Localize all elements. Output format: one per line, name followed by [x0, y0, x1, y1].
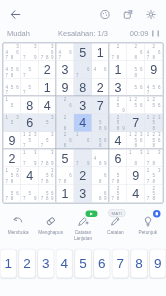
timer-value: 00:09 [130, 29, 149, 38]
cell-r4c3[interactable]: 4 [39, 96, 57, 114]
cell-value: 1 [62, 187, 69, 200]
undo-label: Membuka [3, 230, 33, 235]
cell-r5c1[interactable]: 135 [4, 114, 22, 132]
cell-r8c7[interactable]: 578 [109, 167, 127, 185]
pencil-notes: 579 [22, 185, 38, 201]
cell-r2c7[interactable]: 1 [109, 61, 127, 79]
pencil-notes: 57 [22, 62, 38, 78]
pencil-notes: 67 [75, 62, 91, 78]
cell-value: 9 [132, 169, 139, 182]
cell-r9c7[interactable]: 2578 [109, 185, 127, 203]
cell-r3c3[interactable]: 1 [39, 79, 57, 97]
cell-r7c5[interactable]: 79 [74, 149, 92, 167]
smart-notes-button[interactable]: Catatan Lanjutan [67, 215, 98, 241]
pencil-notes: 56 [128, 79, 144, 95]
cell-r3c8[interactable]: 56 [127, 79, 145, 97]
undo-icon [12, 215, 25, 228]
cell-r3c4[interactable]: 9 [56, 79, 74, 97]
bulb-dot-icon [155, 212, 158, 216]
cell-r5c8[interactable]: 7 [127, 114, 145, 132]
cell-value: 3 [115, 81, 122, 94]
undo-button[interactable]: Membuka [3, 215, 34, 236]
cell-r4c6[interactable]: 7 [92, 96, 110, 114]
cell-value: 5 [79, 46, 86, 59]
cell-r9c4[interactable]: 1 [56, 185, 74, 203]
mistakes-label: Kesalahan: 1/3 [52, 29, 115, 38]
pencil-notes: 1378 [145, 150, 162, 166]
cell-value: 1 [97, 46, 104, 59]
cell-value: 9 [62, 81, 69, 94]
cell-r2c3[interactable]: 2 [39, 61, 57, 79]
pencil-notes: 1256 [128, 97, 144, 113]
status-bar: Mudah Kesalahan: 1/3 00:09 [0, 29, 166, 38]
cell-r8c1[interactable]: 135678 [4, 167, 22, 185]
notes-label: Catatan [100, 230, 130, 235]
pencil-notes: 12357 [22, 132, 38, 148]
cell-value: 4 [44, 99, 51, 112]
pencil-notes: 689 [92, 185, 108, 201]
cell-r4c8[interactable]: 1256 [127, 96, 145, 114]
cell-r2c2[interactable]: 57 [21, 61, 39, 79]
pencil-notes: 268 [128, 44, 144, 60]
cell-r9c2[interactable]: 579 [21, 185, 39, 203]
cell-r4c9[interactable]: 1256 [145, 96, 163, 114]
cell-r3c9[interactable]: 4567 [145, 79, 163, 97]
cell-r8c4[interactable]: 678 [56, 167, 74, 185]
pencil-notes: 46 [92, 62, 108, 78]
pencil-notes: 578 [110, 168, 126, 184]
numpad-key-6[interactable]: 6 [93, 249, 110, 278]
cell-r2c5[interactable]: 67 [74, 61, 92, 79]
pencil-notes: 26 [57, 97, 73, 113]
pencil-notes: 57 [22, 79, 38, 95]
cell-value: 4 [26, 169, 33, 182]
cell-r1c7[interactable]: 278 [109, 44, 127, 62]
cell-r2c4[interactable]: 3 [56, 61, 74, 79]
pencil-notes: 1256 [145, 97, 162, 113]
sudoku-board: 3467837936789467512782682467845678572367… [3, 43, 164, 204]
pencil-notes: 467 [57, 44, 73, 60]
header [0, 0, 166, 21]
cell-r1c8[interactable]: 268 [127, 44, 145, 62]
pencil-notes: 3789 [39, 150, 55, 166]
cell-r5c9[interactable]: 12358 [145, 114, 163, 132]
erase-button[interactable]: Menghapus [35, 215, 66, 236]
notes-button[interactable]: MATI Catatan [100, 215, 131, 236]
erase-label: Menghapus [36, 230, 66, 235]
cell-value: 2 [79, 169, 86, 182]
cell-r4c1[interactable]: 15 [4, 96, 22, 114]
numpad-key-1[interactable]: 1 [0, 249, 17, 278]
pencil-notes: 489 [92, 150, 108, 166]
cell-r7c1[interactable]: 2 [4, 149, 22, 167]
pencil-notes: 268 [57, 132, 73, 148]
cell-value: 9 [150, 63, 157, 76]
cell-value: 7 [132, 116, 139, 129]
cell-r5c3[interactable]: 35 [39, 114, 57, 132]
cell-value: 1 [115, 63, 122, 76]
cell-r4c7[interactable]: 259 [109, 96, 127, 114]
pencil-notes: 2578 [145, 185, 162, 201]
cell-r9c8[interactable]: 4 [127, 185, 145, 203]
cell-r6c8[interactable]: 123568 [127, 132, 145, 150]
cell-r5c7[interactable]: 2589 [109, 114, 127, 132]
cell-r2c6[interactable]: 46 [92, 61, 110, 79]
hint-bulb-icon [141, 215, 154, 228]
pencil-notes: 24678 [145, 44, 162, 60]
cell-value: 7 [97, 99, 104, 112]
cell-r3c2[interactable]: 57 [21, 79, 39, 97]
cell-r8c6[interactable]: 68 [92, 167, 110, 185]
cell-r6c3[interactable]: 357 [39, 132, 57, 150]
cell-value: 4 [132, 187, 139, 200]
cell-r5c6[interactable]: 589 [92, 114, 110, 132]
cell-r1c9[interactable]: 24678 [145, 44, 163, 62]
cell-value: 6 [115, 152, 122, 165]
pencil-notes: 12358 [145, 115, 162, 131]
pencil-notes: 2578 [110, 185, 126, 201]
cell-r4c2[interactable]: 8 [21, 96, 39, 114]
cell-r6c7[interactable]: 4 [109, 132, 127, 150]
cell-r9c1[interactable]: 5678 [4, 185, 22, 203]
cell-r1c4[interactable]: 467 [56, 44, 74, 62]
cell-r6c6[interactable]: 568 [92, 132, 110, 150]
cell-r2c8[interactable]: 568 [127, 61, 145, 79]
header-icons [99, 9, 157, 21]
open-in-new-icon[interactable] [122, 9, 134, 21]
cell-r9c9[interactable]: 2578 [145, 185, 163, 203]
pencil-notes: 16 [75, 132, 91, 148]
cell-value: 6 [26, 116, 33, 129]
pencil-notes: 35678 [39, 168, 55, 184]
pencil-notes: 68 [92, 168, 108, 184]
cell-r5c5[interactable]: 4 [74, 114, 92, 132]
pencil-notes: 568 [128, 62, 144, 78]
cell-r8c9[interactable]: 13578 [145, 167, 163, 185]
pencil-notes: 259 [110, 97, 126, 113]
cell-value: 2 [44, 63, 51, 76]
cell-r7c3[interactable]: 3789 [39, 149, 57, 167]
cell-r8c2[interactable]: 4 [21, 167, 39, 185]
pencil-notes: 45678 [4, 62, 20, 78]
numpad-key-2[interactable]: 2 [19, 249, 36, 278]
cell-r6c4[interactable]: 268 [56, 132, 74, 150]
theme-palette-icon[interactable] [99, 9, 111, 21]
pencil-notes: 278 [110, 44, 126, 60]
pencil-notes: 138 [128, 150, 144, 166]
pencil-notes: 5678 [4, 185, 20, 201]
pencil-notes: 4567 [145, 79, 162, 95]
cell-r7c8[interactable]: 138 [127, 149, 145, 167]
cell-r3c1[interactable]: 4567 [4, 79, 22, 97]
cell-r7c2[interactable]: 1379 [21, 149, 39, 167]
cell-value: 4 [79, 116, 86, 129]
pencil-notes: 379 [22, 44, 38, 60]
cell-r6c5[interactable]: 16 [74, 132, 92, 150]
cell-r1c1[interactable]: 34678 [4, 44, 22, 62]
cell-value: 4 [115, 134, 122, 147]
hint-badge [153, 210, 161, 218]
cell-r5c2[interactable]: 6 [21, 114, 39, 132]
cell-r1c6[interactable]: 1 [92, 44, 110, 62]
cell-r1c2[interactable]: 379 [21, 44, 39, 62]
hint-label: Petunjuk [133, 230, 163, 235]
pencil-notes: 1379 [22, 150, 38, 166]
cell-r3c6[interactable]: 2 [92, 79, 110, 97]
pencil-notes: 79 [75, 150, 91, 166]
green-badge [85, 211, 97, 218]
cell-r4c4[interactable]: 26 [56, 96, 74, 114]
cell-value: 1 [44, 81, 51, 94]
cell-value: 3 [62, 63, 69, 76]
difficulty-label: Mudah [7, 29, 52, 38]
cell-r2c9[interactable]: 9 [145, 61, 163, 79]
cell-r2c1[interactable]: 45678 [4, 61, 22, 79]
hint-button[interactable]: Petunjuk [132, 215, 163, 236]
cell-r8c8[interactable]: 9 [127, 167, 145, 185]
pencil-notes: 56789 [39, 185, 55, 201]
pencil-notes: 123568 [145, 132, 162, 148]
cell-r6c9[interactable]: 123568 [145, 132, 163, 150]
cell-r5c4[interactable]: 28 [56, 114, 74, 132]
pencil-notes: 36789 [39, 44, 55, 60]
cell-r3c7[interactable]: 3 [109, 79, 127, 97]
cell-value: 3 [79, 187, 86, 200]
pencil-notes: 13578 [145, 168, 162, 184]
cell-r7c9[interactable]: 1378 [145, 149, 163, 167]
play-icon [90, 212, 93, 215]
pencil-notes: 135 [4, 115, 20, 131]
numpad-key-3[interactable]: 3 [37, 249, 54, 278]
numpad-key-5[interactable]: 5 [75, 249, 92, 278]
pencil-notes: 28 [57, 115, 73, 131]
pencil-notes: 357 [39, 132, 55, 148]
cell-value: 8 [26, 99, 33, 112]
cell-r1c5[interactable]: 5 [74, 44, 92, 62]
eraser-icon [44, 215, 57, 228]
pencil-notes: 123568 [128, 132, 144, 148]
pencil-notes: 15 [4, 97, 20, 113]
pencil-notes: 135678 [4, 168, 20, 184]
settings-gear-icon[interactable] [145, 9, 157, 21]
cell-r8c3[interactable]: 35678 [39, 167, 57, 185]
cell-value: 3 [79, 99, 86, 112]
numpad-key-8[interactable]: 8 [131, 249, 148, 278]
cell-r8c5[interactable]: 2 [74, 167, 92, 185]
cell-r6c1[interactable]: 9 [4, 132, 22, 150]
pencil-notes: 678 [57, 168, 73, 184]
pencil-notes: 35 [39, 115, 55, 131]
cell-r1c3[interactable]: 36789 [39, 44, 57, 62]
pencil-notes: 2589 [110, 115, 126, 131]
numpad-key-4[interactable]: 4 [56, 249, 73, 278]
cell-r7c7[interactable]: 6 [109, 149, 127, 167]
cell-r9c3[interactable]: 56789 [39, 185, 57, 203]
cell-r3c5[interactable]: 8 [74, 79, 92, 97]
numpad: 123456789 [0, 249, 166, 278]
back-icon[interactable] [9, 8, 22, 21]
numpad-key-9[interactable]: 9 [149, 249, 166, 278]
pause-icon[interactable] [152, 30, 159, 36]
cell-value: 2 [9, 152, 16, 165]
cell-value: 9 [9, 134, 16, 147]
cell-r9c6[interactable]: 689 [92, 185, 110, 203]
cell-value: 2 [97, 81, 104, 94]
cell-r9c5[interactable]: 3 [74, 185, 92, 203]
toolbar: Membuka Menghapus Catatan [0, 215, 166, 241]
pencil-notes: 568 [92, 132, 108, 148]
pencil-notes: 589 [92, 115, 108, 131]
sudoku-app: Mudah Kesalahan: 1/3 00:09 3467837936789… [0, 0, 166, 296]
cell-r4c5[interactable]: 3 [74, 96, 92, 114]
pencil-notes: 4567 [4, 79, 20, 95]
cell-r7c6[interactable]: 489 [92, 149, 110, 167]
cell-value: 8 [79, 81, 86, 94]
pencil-notes: 34678 [4, 44, 20, 60]
notes-off-badge: MATI [108, 209, 125, 217]
cell-value: 5 [62, 152, 69, 165]
numpad-key-7[interactable]: 7 [112, 249, 129, 278]
smart-notes-label: Catatan Lanjutan [68, 230, 98, 241]
cell-r7c4[interactable]: 5 [56, 149, 74, 167]
cell-r6c2[interactable]: 12357 [21, 132, 39, 150]
